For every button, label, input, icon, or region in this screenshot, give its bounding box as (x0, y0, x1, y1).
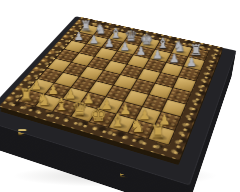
piece-silver-pawn: ♟ (102, 35, 117, 49)
piece-silver-pawn: ♟ (167, 49, 183, 64)
scene-3d: ♜♞♝♛♚♝♞♜♟♟♟♟♟♟♟♟♟♟♟♟♟♟♟♟♜♞♝♛♚♝♞♜ (0, 0, 240, 192)
piece-gold-knight: ♞ (35, 87, 53, 108)
piece-silver-pawn: ♟ (117, 38, 132, 52)
piece-silver-pawn: ♟ (72, 28, 87, 42)
piece-gold-queen: ♛ (71, 96, 89, 119)
square-b4 (63, 62, 86, 75)
square-a5 (56, 49, 78, 61)
piece-gold-bishop: ♝ (53, 92, 71, 113)
piece-silver-pawn: ♟ (133, 42, 148, 56)
piece-gold-rook: ♜ (18, 82, 36, 103)
piece-gold-king: ♚ (89, 101, 108, 124)
piece-silver-pawn: ♟ (87, 31, 102, 45)
piece-gold-rook: ♜ (148, 118, 167, 141)
piece-silver-pawn: ♟ (184, 53, 200, 68)
piece-gold-knight: ♞ (128, 113, 147, 136)
piece-gold-bishop: ♝ (109, 107, 128, 129)
piece-silver-pawn: ♟ (150, 45, 166, 60)
square-h5 (173, 77, 195, 92)
chess-set-photo: ♜♞♝♛♚♝♞♜♟♟♟♟♟♟♟♟♟♟♟♟♟♟♟♟♜♞♝♛♚♝♞♜ (0, 0, 240, 192)
